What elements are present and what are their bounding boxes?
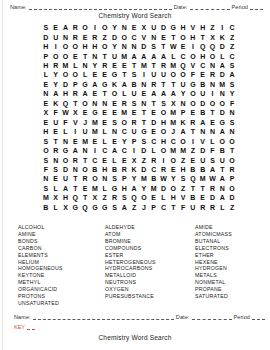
word-list-item: BROMINE [105, 238, 156, 245]
key-line: KEY [14, 324, 37, 330]
grid-cell: M [119, 51, 129, 60]
grid-cell: Z [100, 32, 110, 41]
grid-cell: H [61, 193, 71, 202]
grid-cell: G [110, 184, 120, 193]
grid-cell: I [188, 42, 198, 51]
word-list-item: HELIUM [18, 259, 63, 266]
grid-cell: B [110, 165, 120, 174]
grid-cell: V [178, 193, 188, 202]
grid-cell: L [80, 70, 90, 79]
grid-cell: T [139, 108, 149, 117]
grid-cell: B [129, 80, 139, 89]
grid-cell: E [80, 108, 90, 117]
grid-cell: B [41, 203, 51, 212]
grid-cell: D [139, 146, 149, 155]
grid-cell: G [90, 203, 100, 212]
grid-cell: J [168, 127, 178, 136]
grid-cell: T [217, 165, 227, 174]
grid-cell: G [61, 146, 71, 155]
grid-cell: E [70, 51, 80, 60]
grid-cell: T [51, 136, 61, 145]
grid-cell: C [119, 127, 129, 136]
grid-cell: H [178, 165, 188, 174]
period-blank [250, 4, 263, 10]
grid-cell: G [217, 117, 227, 126]
grid-cell: C [90, 155, 100, 164]
grid-cell: R [149, 80, 159, 89]
grid-cell: N [41, 174, 51, 183]
grid-cell: X [208, 32, 218, 41]
grid-cell: P [149, 203, 159, 212]
grid-cell: P [129, 136, 139, 145]
grid-cell: H [198, 51, 208, 60]
grid-cell: A [217, 61, 227, 70]
grid-cell: E [51, 127, 61, 136]
grid-cell: N [90, 51, 100, 60]
grid-cell: Q [188, 174, 198, 183]
grid-cell: T [208, 108, 218, 117]
grid-cell: F [61, 117, 71, 126]
grid-cell: N [119, 23, 129, 32]
grid-cell: R [70, 155, 80, 164]
grid-cell: T [159, 80, 169, 89]
grid-cell: E [90, 136, 100, 145]
grid-cell: K [129, 165, 139, 174]
grid-cell: R [129, 117, 139, 126]
grid-cell: T [159, 42, 169, 51]
grid-cell: N [227, 127, 237, 136]
grid-cell: Y [51, 80, 61, 89]
grid-cell: A [129, 51, 139, 60]
grid-cell: T [198, 32, 208, 41]
grid-cell: E [168, 165, 178, 174]
grid-cell: E [41, 80, 51, 89]
grid-cell: B [149, 174, 159, 183]
grid-cell: D [139, 42, 149, 51]
grid-cell: G [168, 23, 178, 32]
period-label-2: Period [234, 314, 251, 320]
grid-cell: E [188, 155, 198, 164]
word-list-item: ELEMENTS [18, 252, 63, 259]
grid-cell: T [168, 32, 178, 41]
grid-cell: A [227, 70, 237, 79]
grid-cell: H [159, 117, 169, 126]
grid-cell: D [61, 165, 71, 174]
grid-cell: O [168, 184, 178, 193]
date-label-2: Date: [176, 314, 190, 320]
grid-cell: O [61, 70, 71, 79]
grid-cell: N [208, 61, 218, 70]
grid-cell: S [227, 61, 237, 70]
grid-cell: M [90, 117, 100, 126]
grid-cell: O [208, 99, 218, 108]
grid-cell: C [198, 61, 208, 70]
grid-cell: O [178, 70, 188, 79]
worksheet-page: Name: Date: Period Chemistry Word Search… [0, 0, 270, 350]
grid-cell: M [217, 80, 227, 89]
grid-cell: Z [208, 23, 218, 32]
grid-cell: D [149, 117, 159, 126]
grid-cell: O [168, 155, 178, 164]
word-list-item: OXYGEN [105, 286, 156, 293]
grid-cell: O [188, 51, 198, 60]
grid-cell: N [198, 127, 208, 136]
grid-cell: M [198, 174, 208, 183]
page-title: Chemistry Word Search [0, 12, 270, 19]
grid-cell: T [129, 61, 139, 70]
grid-cell: L [70, 61, 80, 70]
grid-cell: O [51, 51, 61, 60]
word-list-item: HEXENE [195, 259, 232, 266]
grid-cell: E [70, 136, 80, 145]
grid-cell: Y [51, 70, 61, 79]
grid-cell: R [227, 165, 237, 174]
grid-cell: Z [139, 155, 149, 164]
grid-cell: O [208, 51, 218, 60]
grid-cell: M [149, 184, 159, 193]
grid-cell: O [41, 146, 51, 155]
grid-cell: P [227, 174, 237, 183]
grid-cell: A [129, 184, 139, 193]
grid-cell: R [159, 61, 169, 70]
grid-cell: G [188, 80, 198, 89]
grid-cell: E [51, 23, 61, 32]
grid-cell: A [119, 80, 129, 89]
grid-cell: E [149, 127, 159, 136]
grid-cell: P [119, 174, 129, 183]
word-list-item: KEYTONE [18, 272, 63, 279]
grid-cell: D [198, 99, 208, 108]
grid-cell: R [51, 146, 61, 155]
grid-cell: X [168, 99, 178, 108]
grid-cell: O [80, 165, 90, 174]
grid-cell: N [100, 174, 110, 183]
grid-cell: I [90, 146, 100, 155]
grid-cell: K [51, 99, 61, 108]
grid-cell: J [80, 117, 90, 126]
grid-cell: C [119, 146, 129, 155]
date-label: Date: [174, 4, 188, 10]
grid-cell: A [61, 23, 71, 32]
word-list-column-2: ALDEHYDEATOMBROMINECOMPOUNDSESTERHETEROG… [105, 224, 156, 300]
grid-cell: N [217, 184, 227, 193]
grid-cell: M [90, 127, 100, 136]
grid-cell: S [208, 155, 218, 164]
grid-cell: A [51, 89, 61, 98]
grid-cell: S [227, 117, 237, 126]
grid-cell: T [198, 184, 208, 193]
grid-cell: G [70, 203, 80, 212]
grid-cell: U [51, 117, 61, 126]
grid-cell: N [61, 136, 71, 145]
grid-cell: H [119, 184, 129, 193]
grid-cell: O [178, 32, 188, 41]
grid-cell: A [217, 174, 227, 183]
grid-cell: A [168, 89, 178, 98]
grid-cell: R [90, 32, 100, 41]
grid-cell: S [41, 136, 51, 145]
grid-cell: X [90, 193, 100, 202]
grid-cell: M [168, 108, 178, 117]
grid-cell: Q [70, 193, 80, 202]
grid-cell: E [198, 193, 208, 202]
word-list-item: AMINE [18, 231, 63, 238]
grid-cell: O [178, 136, 188, 145]
grid-cell: E [110, 99, 120, 108]
grid-cell: D [159, 184, 169, 193]
grid-cell: O [188, 89, 198, 98]
grid-cell: T [149, 61, 159, 70]
grid-cell: R [188, 117, 198, 126]
word-list-item: ORGANICACID [18, 286, 63, 293]
grid-cell: A [208, 165, 218, 174]
grid-cell: R [208, 184, 218, 193]
grid-cell: N [80, 61, 90, 70]
grid-cell: A [90, 80, 100, 89]
grid-cell: T [80, 193, 90, 202]
grid-cell: E [100, 117, 110, 126]
grid-cell: E [188, 108, 198, 117]
grid-cell: L [217, 51, 227, 60]
grid-cell: A [217, 193, 227, 202]
grid-cell: B [90, 165, 100, 174]
grid-cell: O [61, 42, 71, 51]
grid-cell: F [227, 99, 237, 108]
grid-cell: Q [198, 42, 208, 51]
grid-cell: O [188, 99, 198, 108]
grid-cell: E [208, 117, 218, 126]
grid-cell: U [51, 32, 61, 41]
grid-cell: Z [227, 32, 237, 41]
grid-cell: O [159, 127, 169, 136]
grid-cell: U [149, 23, 159, 32]
grid-cell: T [168, 80, 178, 89]
grid-cell: S [119, 193, 129, 202]
grid-cell: H [41, 61, 51, 70]
word-list-item: PURESUBSTANCE [105, 293, 156, 300]
grid-cell: M [168, 61, 178, 70]
grid-cell: T [70, 99, 80, 108]
grid-cell: V [198, 136, 208, 145]
grid-cell: M [139, 61, 149, 70]
grid-cell: D [217, 42, 227, 51]
grid-cell: U [129, 127, 139, 136]
word-list-item: NEUTRONS [105, 279, 156, 286]
grid-cell: K [217, 32, 227, 41]
grid-cell: R [159, 165, 169, 174]
grid-cell: W [168, 42, 178, 51]
grid-cell: U [80, 127, 90, 136]
grid-cell: N [110, 127, 120, 136]
grid-cell: Y [168, 174, 178, 183]
grid-cell: Z [227, 42, 237, 51]
name-blank-2 [33, 314, 174, 320]
grid-cell: U [188, 203, 198, 212]
grid-cell: Z [227, 203, 237, 212]
grid-cell: M [119, 108, 129, 117]
grid-cell: L [119, 89, 129, 98]
grid-cell: V [188, 23, 198, 32]
grid-cell: W [61, 108, 71, 117]
grid-cell: R [70, 89, 80, 98]
grid-cell: L [61, 127, 71, 136]
grid-cell: X [51, 193, 61, 202]
word-list-item: COMPOUNDS [105, 245, 156, 252]
grid-cell: N [217, 89, 227, 98]
grid-cell: N [41, 89, 51, 98]
grid-cell: T [168, 203, 178, 212]
word-list-item: ALDEHYDE [105, 224, 156, 231]
grid-cell: Q [80, 203, 90, 212]
grid-cell: I [139, 70, 149, 79]
grid-cell: R [70, 23, 80, 32]
grid-cell: R [119, 99, 129, 108]
grid-cell: D [198, 146, 208, 155]
grid-cell: W [159, 174, 169, 183]
grid-cell: C [227, 51, 237, 60]
word-list-item: HETEROGENEOUS [105, 259, 156, 266]
grid-cell: T [119, 70, 129, 79]
word-list-item: ATOM [105, 231, 156, 238]
grid-cell: U [61, 174, 71, 183]
grid-cell: C [149, 136, 159, 145]
grid-cell: M [168, 146, 178, 155]
grid-cell: M [41, 193, 51, 202]
grid-cell: I [70, 127, 80, 136]
grid-cell: R [119, 165, 129, 174]
grid-cell: L [149, 146, 159, 155]
grid-cell: Z [188, 146, 198, 155]
top-header: Name: Date: Period [10, 4, 265, 10]
grid-cell: C [129, 32, 139, 41]
grid-cell: H [41, 42, 51, 51]
grid-cell: V [139, 32, 149, 41]
word-list-item: ETHER [195, 252, 232, 259]
grid-cell: N [227, 108, 237, 117]
grid-cell: S [227, 80, 237, 89]
grid-cell: E [119, 155, 129, 164]
grid-cell: S [51, 165, 61, 174]
grid-cell: C [227, 23, 237, 32]
grid-cell: R [51, 61, 61, 70]
grid-cell: D [159, 23, 169, 32]
grid-cell: A [198, 117, 208, 126]
grid-cell: X [41, 108, 51, 117]
grid-cell: Y [110, 23, 120, 32]
grid-cell: E [129, 108, 139, 117]
grid-cell: E [139, 89, 149, 98]
grid-cell: T [100, 89, 110, 98]
grid-cell: E [110, 108, 120, 117]
grid-cell: A [80, 89, 90, 98]
grid-cell: I [217, 23, 227, 32]
grid-cell: D [41, 32, 51, 41]
grid-cell: L [100, 127, 110, 136]
grid-cell: D [208, 193, 218, 202]
grid-cell: E [51, 174, 61, 183]
grid-cell: G [139, 127, 149, 136]
grid-cell: L [168, 51, 178, 60]
grid-cell: M [178, 146, 188, 155]
grid-cell: G [100, 203, 110, 212]
name-label-2: Name: [14, 314, 31, 320]
grid-cell: N [119, 42, 129, 51]
grid-cell: N [51, 155, 61, 164]
grid-cell: U [159, 70, 169, 79]
grid-cell: U [217, 155, 227, 164]
grid-cell: A [149, 51, 159, 60]
grid-cell: H [90, 42, 100, 51]
grid-cell: E [100, 108, 110, 117]
grid-cell: L [159, 193, 169, 202]
grid-cell: I [51, 42, 61, 51]
grid-cell: Y [119, 136, 129, 145]
grid-cell: Z [129, 203, 139, 212]
key-label: KEY [14, 324, 25, 330]
scan-edge-line [2, 0, 3, 350]
grid-cell: M [139, 174, 149, 183]
grid-cell: E [119, 61, 129, 70]
grid-cell: H [41, 127, 51, 136]
grid-cell: H [100, 165, 110, 174]
grid-cell: Y [90, 61, 100, 70]
grid-cell: Y [178, 89, 188, 98]
grid-cell: T [70, 174, 80, 183]
grid-cell: H [178, 23, 188, 32]
grid-cell: A [139, 51, 149, 60]
grid-cell: U [198, 155, 208, 164]
word-list-item: CARBON [18, 245, 63, 252]
grid-cell: R [149, 155, 159, 164]
grid-cell: B [198, 108, 208, 117]
grid-cell: N [129, 42, 139, 51]
grid-cell: R [110, 193, 120, 202]
grid-cell: G [110, 70, 120, 79]
name-label: Name: [10, 4, 27, 10]
page-title-2: Chemistry Word Search [0, 334, 270, 341]
grid-cell: L [217, 203, 227, 212]
grid-cell: N [139, 80, 149, 89]
grid-cell: V [188, 61, 198, 70]
grid-cell: U [178, 80, 188, 89]
grid-cell: S [178, 174, 188, 183]
grid-cell: N [70, 165, 80, 174]
grid-cell: S [110, 117, 120, 126]
word-list-item: ELECTRONS [195, 245, 232, 252]
grid-cell: P [70, 80, 80, 89]
grid-cell: O [110, 89, 120, 98]
grid-cell: M [61, 61, 71, 70]
grid-cell: G [80, 80, 90, 89]
bottom-header: Name: Date: Period [14, 314, 267, 320]
grid-cell: D [61, 80, 71, 89]
grid-cell: C [168, 136, 178, 145]
word-list-item: METALLOID [105, 272, 156, 279]
word-list-item: ESTER [105, 252, 156, 259]
grid-cell: E [159, 32, 169, 41]
grid-cell: A [149, 89, 159, 98]
grid-cell: N [139, 99, 149, 108]
word-list-item: METHYL [18, 279, 63, 286]
grid-cell: S [41, 184, 51, 193]
grid-cell: Y [110, 42, 120, 51]
grid-cell: A [61, 184, 71, 193]
grid-cell: O [61, 155, 71, 164]
grid-cell: Q [129, 193, 139, 202]
grid-cell: Z [100, 193, 110, 202]
grid-cell: X [139, 23, 149, 32]
grid-cell: H [188, 32, 198, 41]
